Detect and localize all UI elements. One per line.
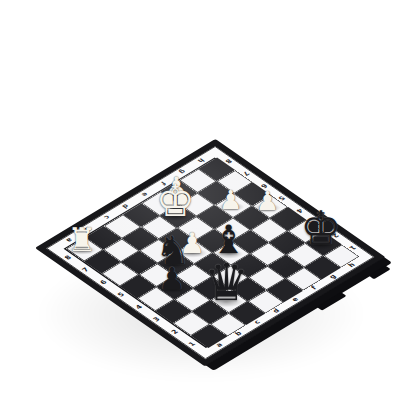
pieces-layer: ♜♟♚♟♟♟♞♟♝♛♚ — [0, 0, 400, 400]
black-queen-c2: ♛ — [203, 257, 249, 308]
white-king-e7: ♚ — [156, 179, 195, 223]
white-pawn-g6: ♟ — [219, 187, 242, 213]
product-photo-stage: 11aa22bb33cc44dd55ee66ff77gg88hh ♜♟♚♟♟♟♞… — [0, 0, 400, 400]
white-pawn-h5: ♟ — [256, 187, 279, 213]
black-pawn-b4: ♟ — [158, 264, 185, 294]
black-king-h2: ♚ — [300, 205, 341, 251]
white-rook-a8: ♜ — [67, 224, 96, 256]
